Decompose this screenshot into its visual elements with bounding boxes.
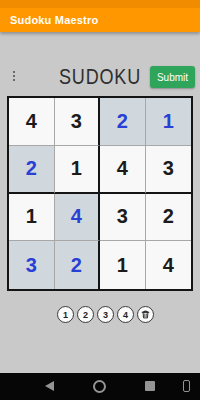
kebab-menu-icon[interactable]: [12, 71, 15, 81]
grid-cell[interactable]: 1: [146, 98, 192, 146]
grid-cell[interactable]: 2: [55, 241, 101, 289]
number-pad: 1 2 3 4: [57, 306, 154, 323]
submit-button[interactable]: Submit: [150, 66, 195, 88]
grid-cell[interactable]: 1: [100, 241, 146, 289]
numpad-button-1[interactable]: 1: [57, 306, 74, 323]
numpad-button-4[interactable]: 4: [117, 306, 134, 323]
header-row: SUDOKU Submit: [0, 63, 200, 91]
erase-button[interactable]: [137, 306, 154, 323]
grid-cell[interactable]: 2: [146, 194, 192, 242]
grid-cell[interactable]: 1: [55, 146, 101, 194]
grid-cell[interactable]: 4: [55, 194, 101, 242]
sudoku-grid: 4321214314323214: [7, 96, 193, 291]
back-icon[interactable]: [45, 381, 54, 391]
numpad-button-3[interactable]: 3: [97, 306, 114, 323]
home-icon[interactable]: [93, 380, 106, 393]
grid-cell[interactable]: 1: [9, 194, 55, 242]
grid-cell[interactable]: 4: [146, 241, 192, 289]
recents-icon[interactable]: [145, 381, 155, 391]
grid-cell[interactable]: 3: [146, 146, 192, 194]
grid-cell[interactable]: 3: [9, 241, 55, 289]
grid-cell[interactable]: 3: [100, 194, 146, 242]
trash-icon: [141, 310, 150, 319]
grid-cell[interactable]: 3: [55, 98, 101, 146]
app-title: Sudoku Maestro: [10, 14, 98, 26]
status-bar: [0, 0, 200, 8]
android-nav-bar: [0, 373, 200, 400]
numpad-button-2[interactable]: 2: [77, 306, 94, 323]
grid-cell[interactable]: 2: [100, 98, 146, 146]
device-icon[interactable]: [183, 380, 190, 392]
phone-screen: Sudoku Maestro SUDOKU Submit 43212143143…: [0, 0, 200, 400]
grid-cell[interactable]: 4: [100, 146, 146, 194]
app-bar: Sudoku Maestro: [0, 8, 200, 32]
grid-cell[interactable]: 2: [9, 146, 55, 194]
grid-cell[interactable]: 4: [9, 98, 55, 146]
